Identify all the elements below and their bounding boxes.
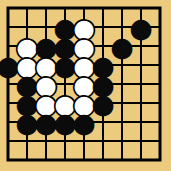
intersection-b7[interactable]: ● bbox=[18, 37, 37, 56]
intersection-b8[interactable] bbox=[18, 18, 37, 37]
intersection-c8[interactable] bbox=[37, 18, 56, 37]
intersection-h3[interactable] bbox=[132, 113, 151, 132]
intersection-a4[interactable] bbox=[0, 94, 18, 113]
intersection-h9[interactable] bbox=[132, 0, 151, 18]
intersection-e4[interactable]: ● bbox=[75, 94, 94, 113]
intersection-a8[interactable] bbox=[0, 18, 18, 37]
intersection-c7[interactable]: ● bbox=[37, 37, 56, 56]
intersection-h6[interactable] bbox=[132, 56, 151, 75]
intersection-j3[interactable] bbox=[151, 113, 170, 132]
intersection-h2[interactable] bbox=[132, 132, 151, 151]
intersection-d6[interactable]: ● bbox=[56, 56, 75, 75]
intersection-h5[interactable] bbox=[132, 75, 151, 94]
intersection-j4[interactable] bbox=[151, 94, 170, 113]
intersection-g9[interactable] bbox=[113, 0, 132, 18]
intersection-f1[interactable] bbox=[94, 151, 113, 170]
intersection-h7[interactable] bbox=[132, 37, 151, 56]
intersection-c3[interactable]: ● bbox=[37, 113, 56, 132]
intersection-a1[interactable] bbox=[0, 151, 18, 170]
intersection-f8[interactable] bbox=[94, 18, 113, 37]
intersection-j5[interactable] bbox=[151, 75, 170, 94]
intersection-b5[interactable]: ● bbox=[18, 75, 37, 94]
intersection-j6[interactable] bbox=[151, 56, 170, 75]
intersection-a6[interactable]: ● bbox=[0, 56, 18, 75]
intersection-f4[interactable]: ● bbox=[94, 94, 113, 113]
go-board: ●●●●●●●●●●●●●●●●●●●●●●●●●●● bbox=[0, 0, 171, 171]
intersection-f3[interactable] bbox=[94, 113, 113, 132]
intersection-d2[interactable] bbox=[56, 132, 75, 151]
intersection-grid: ●●●●●●●●●●●●●●●●●●●●●●●●●●● bbox=[0, 0, 170, 170]
intersection-g3[interactable] bbox=[113, 113, 132, 132]
intersection-c4[interactable]: ● bbox=[37, 94, 56, 113]
intersection-a5[interactable] bbox=[0, 75, 18, 94]
intersection-c5[interactable]: ● bbox=[37, 75, 56, 94]
intersection-e6[interactable]: ● bbox=[75, 56, 94, 75]
intersection-f7[interactable] bbox=[94, 37, 113, 56]
intersection-a7[interactable] bbox=[0, 37, 18, 56]
intersection-e3[interactable]: ● bbox=[75, 113, 94, 132]
intersection-g1[interactable] bbox=[113, 151, 132, 170]
intersection-d1[interactable] bbox=[56, 151, 75, 170]
intersection-d7[interactable]: ● bbox=[56, 37, 75, 56]
intersection-h1[interactable] bbox=[132, 151, 151, 170]
intersection-g8[interactable] bbox=[113, 18, 132, 37]
intersection-e5[interactable]: ● bbox=[75, 75, 94, 94]
intersection-e1[interactable] bbox=[75, 151, 94, 170]
intersection-g2[interactable] bbox=[113, 132, 132, 151]
intersection-g6[interactable] bbox=[113, 56, 132, 75]
intersection-f5[interactable]: ● bbox=[94, 75, 113, 94]
intersection-j8[interactable] bbox=[151, 18, 170, 37]
intersection-e7[interactable]: ● bbox=[75, 37, 94, 56]
intersection-g7[interactable]: ● bbox=[113, 37, 132, 56]
intersection-c6[interactable]: ● bbox=[37, 56, 56, 75]
intersection-b1[interactable] bbox=[18, 151, 37, 170]
intersection-d4[interactable]: ● bbox=[56, 94, 75, 113]
intersection-j7[interactable] bbox=[151, 37, 170, 56]
intersection-g4[interactable] bbox=[113, 94, 132, 113]
intersection-f6[interactable]: ● bbox=[94, 56, 113, 75]
intersection-b9[interactable] bbox=[18, 0, 37, 18]
intersection-h4[interactable] bbox=[132, 94, 151, 113]
intersection-j1[interactable] bbox=[151, 151, 170, 170]
intersection-d9[interactable] bbox=[56, 0, 75, 18]
intersection-j2[interactable] bbox=[151, 132, 170, 151]
intersection-a2[interactable] bbox=[0, 132, 18, 151]
intersection-b2[interactable] bbox=[18, 132, 37, 151]
intersection-c2[interactable] bbox=[37, 132, 56, 151]
intersection-b6[interactable]: ● bbox=[18, 56, 37, 75]
intersection-d8[interactable]: ● bbox=[56, 18, 75, 37]
intersection-g5[interactable] bbox=[113, 75, 132, 94]
intersection-d5[interactable] bbox=[56, 75, 75, 94]
intersection-e8[interactable]: ● bbox=[75, 18, 94, 37]
intersection-c1[interactable] bbox=[37, 151, 56, 170]
intersection-b3[interactable]: ● bbox=[18, 113, 37, 132]
intersection-f9[interactable] bbox=[94, 0, 113, 18]
intersection-a9[interactable] bbox=[0, 0, 18, 18]
intersection-f2[interactable] bbox=[94, 132, 113, 151]
intersection-j9[interactable] bbox=[151, 0, 170, 18]
intersection-d3[interactable]: ● bbox=[56, 113, 75, 132]
intersection-e2[interactable] bbox=[75, 132, 94, 151]
intersection-h8[interactable]: ● bbox=[132, 18, 151, 37]
intersection-c9[interactable] bbox=[37, 0, 56, 18]
intersection-b4[interactable]: ● bbox=[18, 94, 37, 113]
intersection-e9[interactable] bbox=[75, 0, 94, 18]
intersection-a3[interactable] bbox=[0, 113, 18, 132]
